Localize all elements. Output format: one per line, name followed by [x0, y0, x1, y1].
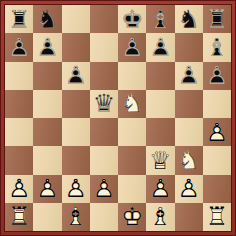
black-knight-piece: ♞♘ [33, 5, 61, 33]
white-pawn-glyph-outline: ♙ [175, 175, 203, 203]
white-rook-piece: ♜♖ [5, 203, 33, 231]
square-b8[interactable]: ♞♘ [33, 5, 61, 33]
white-pawn-glyph-outline: ♙ [33, 175, 61, 203]
square-d1[interactable] [90, 203, 118, 231]
white-pawn-glyph-outline: ♙ [146, 175, 174, 203]
square-h4[interactable]: ♟♙ [203, 118, 231, 146]
black-pawn-glyph-outline: ♙ [175, 62, 203, 90]
black-bishop-glyph-outline: ♗ [203, 33, 231, 61]
white-pawn-glyph-outline: ♙ [90, 175, 118, 203]
square-a2[interactable]: ♟♙ [5, 175, 33, 203]
black-pawn-piece: ♟♙ [33, 33, 61, 61]
white-knight-piece: ♞♘ [175, 146, 203, 174]
square-d2[interactable]: ♟♙ [90, 175, 118, 203]
white-rook-piece: ♜♖ [203, 203, 231, 231]
square-h7[interactable]: ♝♗ [203, 33, 231, 61]
square-g3[interactable]: ♞♘ [175, 146, 203, 174]
black-pawn-glyph-outline: ♙ [146, 33, 174, 61]
square-b3[interactable] [33, 146, 61, 174]
square-f4[interactable] [146, 118, 174, 146]
square-e2[interactable] [118, 175, 146, 203]
square-f7[interactable]: ♟♙ [146, 33, 174, 61]
white-knight-glyph-outline: ♘ [175, 146, 203, 174]
square-h6[interactable]: ♟♙ [203, 62, 231, 90]
black-king-piece: ♚♔ [118, 5, 146, 33]
square-f8[interactable]: ♝♗ [146, 5, 174, 33]
chess-board: ♜♖♞♘♚♔♝♗♞♘♜♖♟♙♟♙♟♙♟♙♝♗♟♙♟♙♟♙♛♕♞♘♟♙♛♕♞♘♟♙… [5, 5, 231, 231]
square-a6[interactable] [5, 62, 33, 90]
square-b5[interactable] [33, 90, 61, 118]
black-bishop-piece: ♝♗ [203, 33, 231, 61]
square-d4[interactable] [90, 118, 118, 146]
black-pawn-glyph-outline: ♙ [118, 33, 146, 61]
square-b7[interactable]: ♟♙ [33, 33, 61, 61]
white-knight-glyph-outline: ♘ [118, 90, 146, 118]
square-b4[interactable] [33, 118, 61, 146]
square-c1[interactable]: ♝♗ [62, 203, 90, 231]
white-king-piece: ♚♔ [118, 203, 146, 231]
white-queen-piece: ♛♕ [146, 146, 174, 174]
white-pawn-piece: ♟♙ [33, 175, 61, 203]
square-c7[interactable] [62, 33, 90, 61]
square-h2[interactable] [203, 175, 231, 203]
square-c5[interactable] [62, 90, 90, 118]
black-king-glyph-outline: ♔ [118, 5, 146, 33]
square-g1[interactable] [175, 203, 203, 231]
square-e3[interactable] [118, 146, 146, 174]
square-e4[interactable] [118, 118, 146, 146]
square-g7[interactable] [175, 33, 203, 61]
square-b6[interactable] [33, 62, 61, 90]
black-pawn-piece: ♟♙ [62, 62, 90, 90]
black-rook-piece: ♜♖ [5, 5, 33, 33]
square-d6[interactable] [90, 62, 118, 90]
white-pawn-piece: ♟♙ [146, 175, 174, 203]
white-pawn-piece: ♟♙ [90, 175, 118, 203]
square-e1[interactable]: ♚♔ [118, 203, 146, 231]
square-e5[interactable]: ♞♘ [118, 90, 146, 118]
white-pawn-piece: ♟♙ [5, 175, 33, 203]
square-h5[interactable] [203, 90, 231, 118]
square-c2[interactable]: ♟♙ [62, 175, 90, 203]
square-g2[interactable]: ♟♙ [175, 175, 203, 203]
black-pawn-glyph-outline: ♙ [33, 33, 61, 61]
white-bishop-glyph-outline: ♗ [62, 203, 90, 231]
black-rook-piece: ♜♖ [203, 5, 231, 33]
square-c3[interactable] [62, 146, 90, 174]
black-pawn-piece: ♟♙ [175, 62, 203, 90]
white-pawn-glyph-outline: ♙ [62, 175, 90, 203]
white-bishop-glyph-outline: ♗ [146, 203, 174, 231]
white-pawn-piece: ♟♙ [175, 175, 203, 203]
black-queen-glyph-outline: ♕ [90, 90, 118, 118]
square-f5[interactable] [146, 90, 174, 118]
square-c4[interactable] [62, 118, 90, 146]
black-rook-glyph-outline: ♖ [5, 5, 33, 33]
square-f2[interactable]: ♟♙ [146, 175, 174, 203]
square-g8[interactable]: ♞♘ [175, 5, 203, 33]
white-queen-glyph-outline: ♕ [146, 146, 174, 174]
square-b1[interactable] [33, 203, 61, 231]
square-e8[interactable]: ♚♔ [118, 5, 146, 33]
black-queen-piece: ♛♕ [90, 90, 118, 118]
square-a7[interactable]: ♟♙ [5, 33, 33, 61]
square-e6[interactable] [118, 62, 146, 90]
white-pawn-glyph-outline: ♙ [203, 118, 231, 146]
black-pawn-piece: ♟♙ [203, 62, 231, 90]
black-pawn-piece: ♟♙ [5, 33, 33, 61]
square-d8[interactable] [90, 5, 118, 33]
black-pawn-glyph-outline: ♙ [62, 62, 90, 90]
white-pawn-piece: ♟♙ [203, 118, 231, 146]
square-f3[interactable]: ♛♕ [146, 146, 174, 174]
square-g6[interactable]: ♟♙ [175, 62, 203, 90]
black-bishop-glyph-outline: ♗ [146, 5, 174, 33]
white-pawn-glyph-outline: ♙ [5, 175, 33, 203]
black-knight-glyph-outline: ♘ [33, 5, 61, 33]
white-pawn-piece: ♟♙ [62, 175, 90, 203]
black-pawn-glyph-outline: ♙ [5, 33, 33, 61]
board-frame: ♜♖♞♘♚♔♝♗♞♘♜♖♟♙♟♙♟♙♟♙♝♗♟♙♟♙♟♙♛♕♞♘♟♙♛♕♞♘♟♙… [0, 0, 236, 236]
square-a4[interactable] [5, 118, 33, 146]
black-knight-glyph-outline: ♘ [175, 5, 203, 33]
square-b2[interactable]: ♟♙ [33, 175, 61, 203]
square-a5[interactable] [5, 90, 33, 118]
black-pawn-glyph-outline: ♙ [203, 62, 231, 90]
square-f6[interactable] [146, 62, 174, 90]
square-a3[interactable] [5, 146, 33, 174]
square-g5[interactable] [175, 90, 203, 118]
square-h1[interactable]: ♜♖ [203, 203, 231, 231]
white-bishop-piece: ♝♗ [62, 203, 90, 231]
white-knight-piece: ♞♘ [118, 90, 146, 118]
white-rook-glyph-outline: ♖ [5, 203, 33, 231]
square-d5[interactable]: ♛♕ [90, 90, 118, 118]
white-king-glyph-outline: ♔ [118, 203, 146, 231]
black-knight-piece: ♞♘ [175, 5, 203, 33]
square-f1[interactable]: ♝♗ [146, 203, 174, 231]
square-d3[interactable] [90, 146, 118, 174]
square-e7[interactable]: ♟♙ [118, 33, 146, 61]
square-d7[interactable] [90, 33, 118, 61]
square-a1[interactable]: ♜♖ [5, 203, 33, 231]
black-pawn-piece: ♟♙ [146, 33, 174, 61]
square-c6[interactable]: ♟♙ [62, 62, 90, 90]
square-g4[interactable] [175, 118, 203, 146]
square-h3[interactable] [203, 146, 231, 174]
square-h8[interactable]: ♜♖ [203, 5, 231, 33]
square-c8[interactable] [62, 5, 90, 33]
white-bishop-piece: ♝♗ [146, 203, 174, 231]
black-rook-glyph-outline: ♖ [203, 5, 231, 33]
white-rook-glyph-outline: ♖ [203, 203, 231, 231]
black-pawn-piece: ♟♙ [118, 33, 146, 61]
square-a8[interactable]: ♜♖ [5, 5, 33, 33]
black-bishop-piece: ♝♗ [146, 5, 174, 33]
